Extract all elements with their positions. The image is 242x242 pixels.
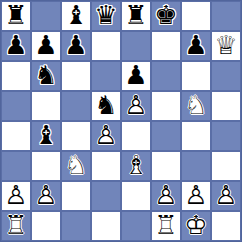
square-b1[interactable] bbox=[31, 211, 61, 241]
white-piece-outline: ♙ bbox=[94, 122, 117, 148]
square-e6[interactable]: ♟ bbox=[121, 61, 151, 91]
white-piece-outline: ♙ bbox=[154, 182, 177, 208]
white-pawn-piece[interactable]: ♟♙ bbox=[34, 182, 57, 208]
square-f2[interactable]: ♟♙ bbox=[151, 181, 181, 211]
square-a5[interactable] bbox=[1, 91, 31, 121]
white-pawn-piece[interactable]: ♟♙ bbox=[124, 92, 147, 118]
square-h2[interactable]: ♟♙ bbox=[211, 181, 241, 211]
chess-board: ♜♝♛♜♚♟♟♟♟♛♕♞♟♞♟♙♞♘♝♟♙♞♘♝♗♟♙♟♙♟♙♟♙♟♙♜♖♜♖♚… bbox=[0, 0, 242, 242]
white-piece-outline: ♘ bbox=[64, 152, 87, 178]
square-d5[interactable]: ♞ bbox=[91, 91, 121, 121]
square-e4[interactable] bbox=[121, 121, 151, 151]
square-c4[interactable] bbox=[61, 121, 91, 151]
white-knight-piece[interactable]: ♞♘ bbox=[64, 152, 87, 178]
square-b4[interactable]: ♝ bbox=[31, 121, 61, 151]
white-king-piece[interactable]: ♚♔ bbox=[184, 212, 207, 238]
black-king-piece[interactable]: ♚ bbox=[154, 2, 177, 28]
square-h8[interactable] bbox=[211, 1, 241, 31]
square-e3[interactable]: ♝♗ bbox=[121, 151, 151, 181]
black-rook-piece[interactable]: ♜ bbox=[124, 2, 147, 28]
white-pawn-piece[interactable]: ♟♙ bbox=[4, 182, 27, 208]
square-h5[interactable] bbox=[211, 91, 241, 121]
black-pawn-piece[interactable]: ♟ bbox=[34, 32, 57, 58]
square-a6[interactable] bbox=[1, 61, 31, 91]
square-d7[interactable] bbox=[91, 31, 121, 61]
white-piece-outline: ♙ bbox=[4, 182, 27, 208]
square-h1[interactable] bbox=[211, 211, 241, 241]
square-c7[interactable]: ♟ bbox=[61, 31, 91, 61]
square-c6[interactable] bbox=[61, 61, 91, 91]
square-e5[interactable]: ♟♙ bbox=[121, 91, 151, 121]
white-knight-piece[interactable]: ♞♘ bbox=[184, 92, 207, 118]
white-piece-outline: ♙ bbox=[124, 92, 147, 118]
square-f5[interactable] bbox=[151, 91, 181, 121]
square-a3[interactable] bbox=[1, 151, 31, 181]
black-bishop-piece[interactable]: ♝ bbox=[34, 122, 57, 148]
square-g6[interactable] bbox=[181, 61, 211, 91]
black-pawn-piece[interactable]: ♟ bbox=[4, 32, 27, 58]
white-piece-outline: ♙ bbox=[184, 182, 207, 208]
square-g3[interactable] bbox=[181, 151, 211, 181]
white-piece-outline: ♙ bbox=[34, 182, 57, 208]
square-a7[interactable]: ♟ bbox=[1, 31, 31, 61]
white-pawn-piece[interactable]: ♟♙ bbox=[184, 182, 207, 208]
black-bishop-piece[interactable]: ♝ bbox=[64, 2, 87, 28]
black-queen-piece[interactable]: ♛ bbox=[94, 2, 117, 28]
square-f8[interactable]: ♚ bbox=[151, 1, 181, 31]
white-piece-outline: ♘ bbox=[184, 92, 207, 118]
square-h7[interactable]: ♛♕ bbox=[211, 31, 241, 61]
square-d4[interactable]: ♟♙ bbox=[91, 121, 121, 151]
square-f1[interactable]: ♜♖ bbox=[151, 211, 181, 241]
square-g8[interactable] bbox=[181, 1, 211, 31]
square-d8[interactable]: ♛ bbox=[91, 1, 121, 31]
square-f6[interactable] bbox=[151, 61, 181, 91]
square-d3[interactable] bbox=[91, 151, 121, 181]
square-e1[interactable] bbox=[121, 211, 151, 241]
white-rook-piece[interactable]: ♜♖ bbox=[154, 212, 177, 238]
white-piece-outline: ♕ bbox=[214, 32, 237, 58]
square-a8[interactable]: ♜ bbox=[1, 1, 31, 31]
square-g7[interactable]: ♟ bbox=[181, 31, 211, 61]
square-e8[interactable]: ♜ bbox=[121, 1, 151, 31]
black-rook-piece[interactable]: ♜ bbox=[4, 2, 27, 28]
square-b2[interactable]: ♟♙ bbox=[31, 181, 61, 211]
white-piece-outline: ♖ bbox=[4, 212, 27, 238]
square-b5[interactable] bbox=[31, 91, 61, 121]
white-pawn-piece[interactable]: ♟♙ bbox=[214, 182, 237, 208]
square-c3[interactable]: ♞♘ bbox=[61, 151, 91, 181]
square-g5[interactable]: ♞♘ bbox=[181, 91, 211, 121]
white-piece-outline: ♗ bbox=[124, 152, 147, 178]
black-pawn-piece[interactable]: ♟ bbox=[184, 32, 207, 58]
white-piece-outline: ♖ bbox=[154, 212, 177, 238]
square-e7[interactable] bbox=[121, 31, 151, 61]
square-a2[interactable]: ♟♙ bbox=[1, 181, 31, 211]
square-h3[interactable] bbox=[211, 151, 241, 181]
white-piece-outline: ♔ bbox=[184, 212, 207, 238]
square-c1[interactable] bbox=[61, 211, 91, 241]
square-f4[interactable] bbox=[151, 121, 181, 151]
black-pawn-piece[interactable]: ♟ bbox=[124, 62, 147, 88]
square-g4[interactable] bbox=[181, 121, 211, 151]
square-c2[interactable] bbox=[61, 181, 91, 211]
square-b6[interactable]: ♞ bbox=[31, 61, 61, 91]
square-h6[interactable] bbox=[211, 61, 241, 91]
black-pawn-piece[interactable]: ♟ bbox=[64, 32, 87, 58]
white-queen-piece[interactable]: ♛♕ bbox=[214, 32, 237, 58]
square-a4[interactable] bbox=[1, 121, 31, 151]
square-f7[interactable] bbox=[151, 31, 181, 61]
black-knight-piece[interactable]: ♞ bbox=[34, 62, 57, 88]
square-d1[interactable] bbox=[91, 211, 121, 241]
square-d2[interactable] bbox=[91, 181, 121, 211]
white-bishop-piece[interactable]: ♝♗ bbox=[124, 152, 147, 178]
square-h4[interactable] bbox=[211, 121, 241, 151]
square-c5[interactable] bbox=[61, 91, 91, 121]
square-f3[interactable] bbox=[151, 151, 181, 181]
black-knight-piece[interactable]: ♞ bbox=[94, 92, 117, 118]
square-b7[interactable]: ♟ bbox=[31, 31, 61, 61]
white-rook-piece[interactable]: ♜♖ bbox=[4, 212, 27, 238]
square-b8[interactable] bbox=[31, 1, 61, 31]
white-pawn-piece[interactable]: ♟♙ bbox=[94, 122, 117, 148]
square-g2[interactable]: ♟♙ bbox=[181, 181, 211, 211]
square-b3[interactable] bbox=[31, 151, 61, 181]
square-d6[interactable] bbox=[91, 61, 121, 91]
square-a1[interactable]: ♜♖ bbox=[1, 211, 31, 241]
square-g1[interactable]: ♚♔ bbox=[181, 211, 211, 241]
white-pawn-piece[interactable]: ♟♙ bbox=[154, 182, 177, 208]
square-c8[interactable]: ♝ bbox=[61, 1, 91, 31]
white-piece-outline: ♙ bbox=[214, 182, 237, 208]
square-e2[interactable] bbox=[121, 181, 151, 211]
